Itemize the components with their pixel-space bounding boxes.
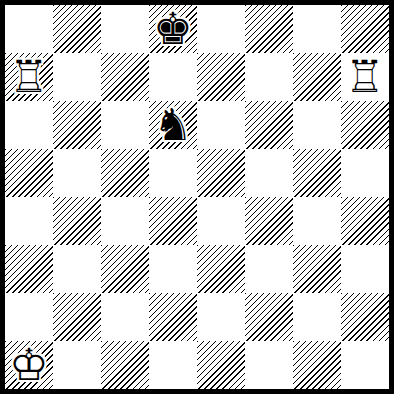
white-rook-a7: ♜♖ [5,53,53,101]
black-knight-d6: ♞♞ [149,101,197,149]
square-a3[interactable] [5,245,53,293]
square-f4[interactable] [245,197,293,245]
square-b2[interactable] [53,293,101,341]
square-f1[interactable] [245,341,293,389]
square-f6[interactable] [245,101,293,149]
square-a5[interactable] [5,149,53,197]
square-b8[interactable] [53,5,101,53]
square-c8[interactable] [101,5,149,53]
square-c7[interactable] [101,53,149,101]
square-a2[interactable] [5,293,53,341]
black-king-icon: ♚ [153,5,192,53]
square-c1[interactable] [101,341,149,389]
square-d8[interactable]: ♚♚ [149,5,197,53]
square-c3[interactable] [101,245,149,293]
square-a8[interactable] [5,5,53,53]
square-c5[interactable] [101,149,149,197]
square-a7[interactable]: ♜♖ [5,53,53,101]
chessboard: ♚♚♜♖♜♖♞♞♚♔ [0,0,394,394]
square-e1[interactable] [197,341,245,389]
square-h1[interactable] [341,341,389,389]
square-g7[interactable] [293,53,341,101]
square-f7[interactable] [245,53,293,101]
square-d3[interactable] [149,245,197,293]
square-d7[interactable] [149,53,197,101]
square-g3[interactable] [293,245,341,293]
square-h8[interactable] [341,5,389,53]
square-h3[interactable] [341,245,389,293]
square-h4[interactable] [341,197,389,245]
square-b7[interactable] [53,53,101,101]
square-h2[interactable] [341,293,389,341]
square-g8[interactable] [293,5,341,53]
white-rook-icon: ♖ [9,53,48,101]
square-d5[interactable] [149,149,197,197]
square-b1[interactable] [53,341,101,389]
square-h5[interactable] [341,149,389,197]
square-a6[interactable] [5,101,53,149]
square-e4[interactable] [197,197,245,245]
square-d4[interactable] [149,197,197,245]
square-g6[interactable] [293,101,341,149]
white-king-icon: ♔ [9,341,48,389]
white-rook-h7: ♜♖ [341,53,389,101]
square-e7[interactable] [197,53,245,101]
square-f5[interactable] [245,149,293,197]
square-g1[interactable] [293,341,341,389]
square-b4[interactable] [53,197,101,245]
square-h7[interactable]: ♜♖ [341,53,389,101]
square-f3[interactable] [245,245,293,293]
square-g4[interactable] [293,197,341,245]
square-b6[interactable] [53,101,101,149]
square-e5[interactable] [197,149,245,197]
square-e8[interactable] [197,5,245,53]
white-king-a1: ♚♔ [5,341,53,389]
square-f2[interactable] [245,293,293,341]
square-c2[interactable] [101,293,149,341]
square-b3[interactable] [53,245,101,293]
square-g2[interactable] [293,293,341,341]
square-e6[interactable] [197,101,245,149]
square-e3[interactable] [197,245,245,293]
square-c4[interactable] [101,197,149,245]
square-f8[interactable] [245,5,293,53]
square-c6[interactable] [101,101,149,149]
black-king-d8: ♚♚ [149,5,197,53]
square-d6[interactable]: ♞♞ [149,101,197,149]
square-a4[interactable] [5,197,53,245]
square-e2[interactable] [197,293,245,341]
square-b5[interactable] [53,149,101,197]
square-d2[interactable] [149,293,197,341]
black-knight-icon: ♞ [153,101,192,149]
white-rook-icon: ♖ [345,53,384,101]
square-d1[interactable] [149,341,197,389]
square-h6[interactable] [341,101,389,149]
chessboard-grid: ♚♚♜♖♜♖♞♞♚♔ [5,5,389,389]
square-g5[interactable] [293,149,341,197]
square-a1[interactable]: ♚♔ [5,341,53,389]
